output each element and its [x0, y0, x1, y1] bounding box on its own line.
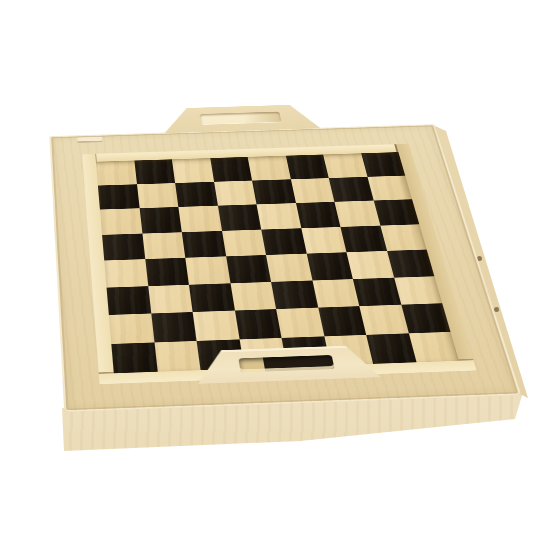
- square-c3[interactable]: [189, 283, 235, 312]
- product-photo-scene: [0, 0, 533, 533]
- square-d2[interactable]: [234, 309, 281, 339]
- square-b8[interactable]: [134, 159, 175, 184]
- square-g5[interactable]: [340, 225, 386, 252]
- square-f7[interactable]: [290, 178, 334, 203]
- square-g1[interactable]: [366, 333, 416, 364]
- checkerboard: [96, 152, 459, 373]
- square-a8[interactable]: [96, 161, 137, 186]
- square-g7[interactable]: [329, 177, 374, 202]
- square-h2[interactable]: [401, 303, 451, 333]
- square-c5[interactable]: [182, 231, 226, 258]
- square-h8[interactable]: [361, 152, 405, 176]
- square-b4[interactable]: [145, 258, 189, 286]
- square-f3[interactable]: [312, 279, 359, 308]
- square-b2[interactable]: [151, 312, 197, 342]
- square-a4[interactable]: [104, 259, 147, 287]
- square-f4[interactable]: [306, 252, 353, 280]
- square-h5[interactable]: [380, 224, 427, 251]
- square-d3[interactable]: [230, 282, 276, 311]
- square-h7[interactable]: [367, 175, 412, 200]
- square-f8[interactable]: [285, 154, 328, 179]
- square-a7[interactable]: [98, 184, 139, 210]
- square-b6[interactable]: [139, 207, 182, 233]
- square-d8[interactable]: [210, 157, 252, 182]
- square-d4[interactable]: [226, 255, 271, 283]
- serving-tray: [49, 124, 521, 412]
- square-b7[interactable]: [136, 183, 178, 208]
- corner-joint-slot: [77, 136, 102, 143]
- square-e5[interactable]: [261, 228, 306, 255]
- square-c6[interactable]: [178, 206, 221, 232]
- square-h1[interactable]: [408, 331, 459, 362]
- square-d5[interactable]: [221, 229, 266, 256]
- square-b3[interactable]: [148, 284, 193, 313]
- square-e4[interactable]: [266, 254, 312, 282]
- square-e7[interactable]: [252, 179, 296, 204]
- square-h3[interactable]: [394, 276, 443, 305]
- square-a2[interactable]: [109, 313, 154, 343]
- square-e8[interactable]: [248, 156, 291, 181]
- square-b1[interactable]: [154, 341, 201, 372]
- square-f6[interactable]: [295, 202, 340, 228]
- square-c4[interactable]: [185, 256, 230, 284]
- square-g8[interactable]: [323, 153, 367, 177]
- square-a6[interactable]: [100, 208, 142, 234]
- square-a1[interactable]: [111, 342, 157, 373]
- screw-dot: [494, 307, 499, 312]
- far-handle-hole: [199, 112, 281, 125]
- square-c8[interactable]: [172, 158, 214, 183]
- square-e3[interactable]: [271, 280, 318, 309]
- tray-perspective-wrapper: [56, 45, 476, 465]
- square-a3[interactable]: [107, 286, 151, 315]
- square-d7[interactable]: [214, 180, 257, 205]
- square-d6[interactable]: [217, 204, 261, 230]
- inner-wall-right: [394, 144, 477, 371]
- square-h6[interactable]: [373, 199, 419, 225]
- square-b5[interactable]: [142, 232, 185, 259]
- square-g4[interactable]: [346, 251, 393, 279]
- far-handle[interactable]: [161, 104, 320, 133]
- square-e6[interactable]: [257, 203, 301, 229]
- square-c7[interactable]: [175, 182, 217, 207]
- square-f2[interactable]: [318, 306, 366, 336]
- square-g2[interactable]: [359, 305, 408, 335]
- square-h4[interactable]: [387, 250, 435, 278]
- square-e2[interactable]: [276, 308, 324, 338]
- square-f5[interactable]: [301, 227, 347, 254]
- square-a5[interactable]: [102, 233, 145, 260]
- square-g3[interactable]: [353, 277, 401, 306]
- square-g6[interactable]: [334, 201, 379, 227]
- square-c2[interactable]: [193, 311, 239, 341]
